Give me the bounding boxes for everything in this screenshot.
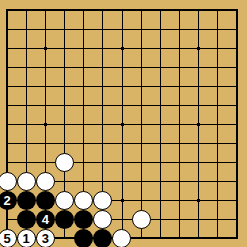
board-intersection[interactable] [189,229,208,247]
white-stone [55,191,74,210]
board-intersection[interactable] [151,210,170,229]
board-intersection[interactable] [36,172,55,191]
board-intersection[interactable] [170,96,189,115]
board-intersection[interactable] [170,1,189,20]
board-intersection[interactable] [0,115,17,134]
board-intersection[interactable] [112,77,131,96]
board-intersection[interactable] [0,96,17,115]
board-intersection[interactable] [17,1,36,20]
board-intersection[interactable] [227,172,246,191]
board-intersection[interactable] [132,134,151,153]
board-intersection[interactable]: 1 [17,229,36,247]
board-intersection[interactable] [36,39,55,58]
board-intersection[interactable] [189,134,208,153]
board-intersection[interactable] [55,96,74,115]
board-intersection[interactable] [55,115,74,134]
board-intersection[interactable] [36,96,55,115]
white-stone [112,229,131,247]
board-intersection[interactable] [36,153,55,172]
board-intersection[interactable] [74,229,93,247]
board-intersection[interactable] [17,210,36,229]
black-stone [36,191,55,210]
board-intersection[interactable] [170,153,189,172]
board-intersection[interactable] [74,96,93,115]
board-intersection[interactable] [17,191,36,210]
board-intersection[interactable] [112,1,131,20]
board-intersection[interactable] [93,20,112,39]
board-intersection[interactable] [132,20,151,39]
board-intersection[interactable] [112,134,131,153]
board-intersection[interactable] [151,39,170,58]
board-intersection[interactable] [0,210,17,229]
go-board-diagram: 24513 [0,0,247,247]
board-intersection[interactable] [55,153,74,172]
white-stone [17,172,36,191]
board-intersection[interactable] [208,191,227,210]
board-intersection[interactable] [170,229,189,247]
white-stone [93,210,112,229]
black-stone [74,210,93,229]
board-intersection[interactable] [170,58,189,77]
board-intersection[interactable] [170,134,189,153]
board-intersection[interactable] [189,153,208,172]
board-intersection[interactable] [0,134,17,153]
board-intersection[interactable] [208,134,227,153]
board-intersection[interactable] [93,210,112,229]
board-intersection[interactable] [151,77,170,96]
board-intersection[interactable] [189,115,208,134]
board-intersection[interactable] [132,229,151,247]
board-intersection[interactable] [74,115,93,134]
move-number-label: 4 [42,213,49,226]
board-intersection[interactable] [151,1,170,20]
board-intersection[interactable] [189,172,208,191]
board-intersection[interactable] [55,229,74,247]
board-intersection[interactable] [112,153,131,172]
board-intersection[interactable] [55,39,74,58]
board-intersection[interactable] [208,153,227,172]
board-intersection[interactable] [170,77,189,96]
board-intersection[interactable] [17,20,36,39]
board-intersection[interactable] [227,191,246,210]
board-intersection[interactable] [74,210,93,229]
white-stone: 3 [36,229,55,247]
board-intersection[interactable] [0,58,17,77]
board-intersection[interactable] [208,77,227,96]
board-intersection[interactable] [36,77,55,96]
board-intersection[interactable] [208,96,227,115]
board-intersection[interactable] [0,1,17,20]
white-stone: 1 [17,229,36,247]
board-intersection[interactable] [208,115,227,134]
board-intersection[interactable] [208,39,227,58]
board-intersection[interactable]: 4 [36,210,55,229]
board-intersection[interactable] [227,115,246,134]
move-number-label: 1 [23,232,30,245]
white-stone [36,172,55,191]
board-intersection[interactable] [74,39,93,58]
board-intersection[interactable] [55,172,74,191]
board-intersection[interactable] [36,58,55,77]
board-intersection[interactable] [112,172,131,191]
board-intersection[interactable] [0,77,17,96]
board-intersection[interactable] [132,210,151,229]
board-intersection[interactable] [17,58,36,77]
board-intersection[interactable] [227,39,246,58]
black-stone [93,229,112,247]
board-intersection[interactable]: 2 [0,191,17,210]
white-stone [132,210,151,229]
board-intersection[interactable] [112,39,131,58]
board-intersection[interactable] [93,39,112,58]
board-intersection[interactable] [74,191,93,210]
board-intersection[interactable] [151,115,170,134]
board-intersection[interactable] [189,58,208,77]
board-intersection[interactable] [189,20,208,39]
board-intersection[interactable] [151,96,170,115]
board-intersection[interactable] [170,210,189,229]
board-intersection[interactable] [93,1,112,20]
board-intersection[interactable] [0,172,17,191]
board-intersection[interactable] [227,210,246,229]
board-intersection[interactable] [55,134,74,153]
board-intersection[interactable] [112,58,131,77]
board-intersection[interactable] [17,115,36,134]
board-intersection[interactable] [208,210,227,229]
board-intersection[interactable] [170,191,189,210]
board-intersection[interactable] [170,172,189,191]
black-stone: 4 [36,210,55,229]
board-intersection[interactable] [189,77,208,96]
board-intersection[interactable] [112,96,131,115]
board-intersection[interactable] [227,58,246,77]
board-intersection[interactable] [151,172,170,191]
board-intersection[interactable] [132,58,151,77]
board-intersection[interactable] [93,96,112,115]
board-intersection[interactable] [208,172,227,191]
board-intersection[interactable] [227,229,246,247]
board-intersection[interactable] [36,20,55,39]
black-stone: 2 [0,191,17,210]
board-intersection[interactable] [17,39,36,58]
board-intersection[interactable] [227,134,246,153]
board-intersection[interactable] [36,1,55,20]
board-intersection[interactable] [93,115,112,134]
board-intersection[interactable] [55,191,74,210]
board-intersection[interactable] [55,58,74,77]
move-number-label: 5 [3,232,10,245]
board-intersection[interactable] [208,1,227,20]
board-intersection[interactable] [17,77,36,96]
board-intersection[interactable] [0,153,17,172]
board-intersection[interactable] [93,134,112,153]
board-intersection[interactable] [208,229,227,247]
board-intersection[interactable] [17,134,36,153]
board-intersection[interactable] [132,191,151,210]
board-intersection[interactable] [55,20,74,39]
board-intersection[interactable] [189,210,208,229]
board-intersection[interactable] [132,77,151,96]
board-intersection[interactable] [74,153,93,172]
board-intersection[interactable] [112,191,131,210]
board-intersection[interactable] [132,39,151,58]
white-stone [74,191,93,210]
black-stone [74,229,93,247]
board-intersection[interactable] [227,153,246,172]
board-intersection[interactable]: 3 [36,229,55,247]
board-intersection[interactable] [227,1,246,20]
board-intersection[interactable] [208,58,227,77]
board-intersection[interactable] [132,115,151,134]
board-intersection[interactable] [93,191,112,210]
move-number-label: 2 [3,194,10,207]
board-intersection[interactable] [132,1,151,20]
board-intersection[interactable] [189,96,208,115]
board-intersection[interactable] [0,39,17,58]
board-intersection[interactable] [112,20,131,39]
board-intersection[interactable] [93,58,112,77]
board-intersection[interactable]: 5 [0,229,17,247]
white-stone [0,172,17,191]
board-intersection[interactable] [112,229,131,247]
board-stones: 24513 [0,1,246,247]
board-intersection[interactable] [17,96,36,115]
board-intersection[interactable] [208,20,227,39]
board-intersection[interactable] [170,20,189,39]
board-intersection[interactable] [17,172,36,191]
board-intersection[interactable] [189,1,208,20]
board-intersection[interactable] [227,77,246,96]
board-intersection[interactable] [189,39,208,58]
board-intersection[interactable] [17,153,36,172]
board-intersection[interactable] [227,20,246,39]
board-intersection[interactable] [151,153,170,172]
white-stone [93,191,112,210]
board-intersection[interactable] [0,20,17,39]
board-intersection[interactable] [55,77,74,96]
white-stone [55,153,74,172]
board-intersection[interactable] [55,210,74,229]
board-intersection[interactable] [93,172,112,191]
board-intersection[interactable] [170,39,189,58]
board-intersection[interactable] [132,172,151,191]
board-intersection[interactable] [112,210,131,229]
board-intersection[interactable] [227,96,246,115]
board-intersection[interactable] [151,134,170,153]
board-intersection[interactable] [74,1,93,20]
board-intersection[interactable] [151,191,170,210]
board-intersection[interactable] [74,77,93,96]
board-intersection[interactable] [55,1,74,20]
board-intersection[interactable] [74,58,93,77]
board-intersection[interactable] [36,134,55,153]
board-intersection[interactable] [132,153,151,172]
board-intersection[interactable] [151,20,170,39]
board-intersection[interactable] [170,115,189,134]
white-stone: 5 [0,229,17,247]
board-intersection[interactable] [93,77,112,96]
board-intersection[interactable] [36,191,55,210]
board-intersection[interactable] [112,115,131,134]
board-intersection[interactable] [36,115,55,134]
black-stone [55,210,74,229]
board-intersection[interactable] [74,134,93,153]
board-intersection[interactable] [74,172,93,191]
black-stone [17,210,36,229]
board-intersection[interactable] [132,96,151,115]
black-stone [17,191,36,210]
board-intersection[interactable] [93,229,112,247]
board-intersection[interactable] [74,20,93,39]
board-intersection[interactable] [151,229,170,247]
board-intersection[interactable] [151,58,170,77]
board-intersection[interactable] [189,191,208,210]
move-number-label: 3 [42,232,49,245]
board-intersection[interactable] [93,153,112,172]
